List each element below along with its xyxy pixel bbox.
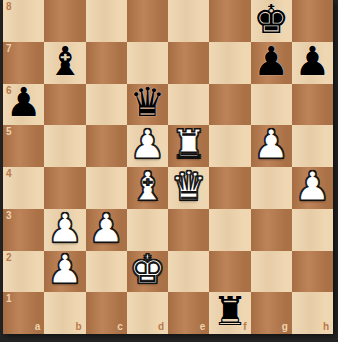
- square-c8[interactable]: [86, 0, 127, 42]
- piece-black-king-g8[interactable]: ♚: [253, 0, 289, 39]
- square-e4[interactable]: ♛: [168, 167, 209, 209]
- rank-label-7: 7: [6, 44, 12, 54]
- file-label-g: g: [282, 322, 288, 332]
- square-b1[interactable]: b: [44, 292, 85, 334]
- square-c5[interactable]: [86, 125, 127, 167]
- piece-white-bishop-d4[interactable]: ♝: [129, 166, 165, 206]
- square-a7[interactable]: 7: [3, 42, 44, 84]
- piece-black-bishop-b7[interactable]: ♝: [47, 41, 83, 81]
- square-c6[interactable]: [86, 84, 127, 126]
- square-g5[interactable]: ♟: [251, 125, 292, 167]
- piece-white-rook-e5[interactable]: ♜: [171, 124, 207, 164]
- file-label-c: c: [117, 322, 123, 332]
- file-label-e: e: [200, 322, 206, 332]
- square-f6[interactable]: [209, 84, 250, 126]
- square-f4[interactable]: [209, 167, 250, 209]
- piece-black-queen-d6[interactable]: ♛: [129, 82, 165, 122]
- square-c4[interactable]: [86, 167, 127, 209]
- square-g1[interactable]: g: [251, 292, 292, 334]
- square-d2[interactable]: ♚: [127, 251, 168, 293]
- square-a3[interactable]: 3: [3, 209, 44, 251]
- rank-label-5: 5: [6, 127, 12, 137]
- file-label-d: d: [158, 322, 164, 332]
- piece-white-pawn-c3[interactable]: ♟: [88, 208, 124, 248]
- square-c7[interactable]: [86, 42, 127, 84]
- square-b5[interactable]: [44, 125, 85, 167]
- square-a4[interactable]: 4: [3, 167, 44, 209]
- piece-white-pawn-d5[interactable]: ♟: [129, 124, 165, 164]
- rank-label-4: 4: [6, 169, 12, 179]
- square-b7[interactable]: ♝: [44, 42, 85, 84]
- rank-label-1: 1: [6, 294, 12, 304]
- piece-white-king-d2[interactable]: ♚: [129, 249, 165, 289]
- rank-label-8: 8: [6, 2, 12, 12]
- square-e1[interactable]: e: [168, 292, 209, 334]
- square-g8[interactable]: ♚: [251, 0, 292, 42]
- piece-white-pawn-b3[interactable]: ♟: [47, 208, 83, 248]
- square-g6[interactable]: [251, 84, 292, 126]
- square-h8[interactable]: [292, 0, 333, 42]
- square-d5[interactable]: ♟: [127, 125, 168, 167]
- piece-white-pawn-h4[interactable]: ♟: [294, 166, 330, 206]
- square-b2[interactable]: ♟: [44, 251, 85, 293]
- square-f2[interactable]: [209, 251, 250, 293]
- square-a1[interactable]: 1a: [3, 292, 44, 334]
- file-label-h: h: [323, 322, 329, 332]
- square-b6[interactable]: [44, 84, 85, 126]
- square-e2[interactable]: [168, 251, 209, 293]
- piece-black-pawn-g7[interactable]: ♟: [253, 41, 289, 81]
- square-d7[interactable]: [127, 42, 168, 84]
- square-b4[interactable]: [44, 167, 85, 209]
- square-e3[interactable]: [168, 209, 209, 251]
- square-e6[interactable]: [168, 84, 209, 126]
- square-f3[interactable]: [209, 209, 250, 251]
- rank-label-3: 3: [6, 211, 12, 221]
- square-e5[interactable]: ♜: [168, 125, 209, 167]
- square-e8[interactable]: [168, 0, 209, 42]
- square-d3[interactable]: [127, 209, 168, 251]
- square-f8[interactable]: [209, 0, 250, 42]
- square-h2[interactable]: [292, 251, 333, 293]
- square-a6[interactable]: 6♟: [3, 84, 44, 126]
- square-a8[interactable]: 8: [3, 0, 44, 42]
- square-g3[interactable]: [251, 209, 292, 251]
- square-g7[interactable]: ♟: [251, 42, 292, 84]
- piece-black-pawn-h7[interactable]: ♟: [294, 41, 330, 81]
- square-e7[interactable]: [168, 42, 209, 84]
- square-h7[interactable]: ♟: [292, 42, 333, 84]
- square-b8[interactable]: [44, 0, 85, 42]
- square-b3[interactable]: ♟: [44, 209, 85, 251]
- square-h5[interactable]: [292, 125, 333, 167]
- file-label-a: a: [35, 322, 41, 332]
- square-d8[interactable]: [127, 0, 168, 42]
- square-a5[interactable]: 5: [3, 125, 44, 167]
- square-a2[interactable]: 2: [3, 251, 44, 293]
- square-c3[interactable]: ♟: [86, 209, 127, 251]
- piece-white-pawn-b2[interactable]: ♟: [47, 249, 83, 289]
- piece-black-rook-f1[interactable]: ♜: [212, 291, 248, 331]
- file-label-b: b: [75, 322, 81, 332]
- piece-white-pawn-g5[interactable]: ♟: [253, 124, 289, 164]
- rank-label-2: 2: [6, 253, 12, 263]
- piece-black-pawn-a6[interactable]: ♟: [6, 82, 42, 122]
- square-d4[interactable]: ♝: [127, 167, 168, 209]
- square-g2[interactable]: [251, 251, 292, 293]
- chess-board: 8♚7♝♟♟6♟♛5♟♜♟4♝♛♟3♟♟2♟♚1abcdef♜gh: [3, 0, 333, 334]
- square-f5[interactable]: [209, 125, 250, 167]
- square-d1[interactable]: d: [127, 292, 168, 334]
- square-g4[interactable]: [251, 167, 292, 209]
- square-h6[interactable]: [292, 84, 333, 126]
- square-h1[interactable]: h: [292, 292, 333, 334]
- square-c1[interactable]: c: [86, 292, 127, 334]
- piece-white-queen-e4[interactable]: ♛: [171, 166, 207, 206]
- square-f1[interactable]: f♜: [209, 292, 250, 334]
- square-c2[interactable]: [86, 251, 127, 293]
- square-h4[interactable]: ♟: [292, 167, 333, 209]
- square-h3[interactable]: [292, 209, 333, 251]
- square-d6[interactable]: ♛: [127, 84, 168, 126]
- square-f7[interactable]: [209, 42, 250, 84]
